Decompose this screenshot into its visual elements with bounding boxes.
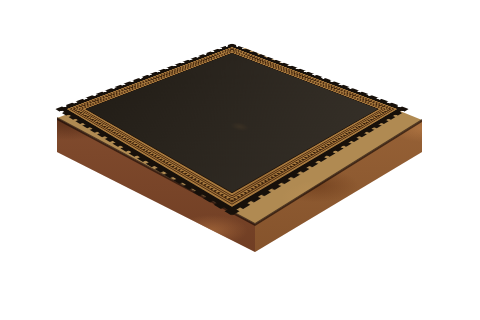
product-photo (0, 0, 480, 320)
